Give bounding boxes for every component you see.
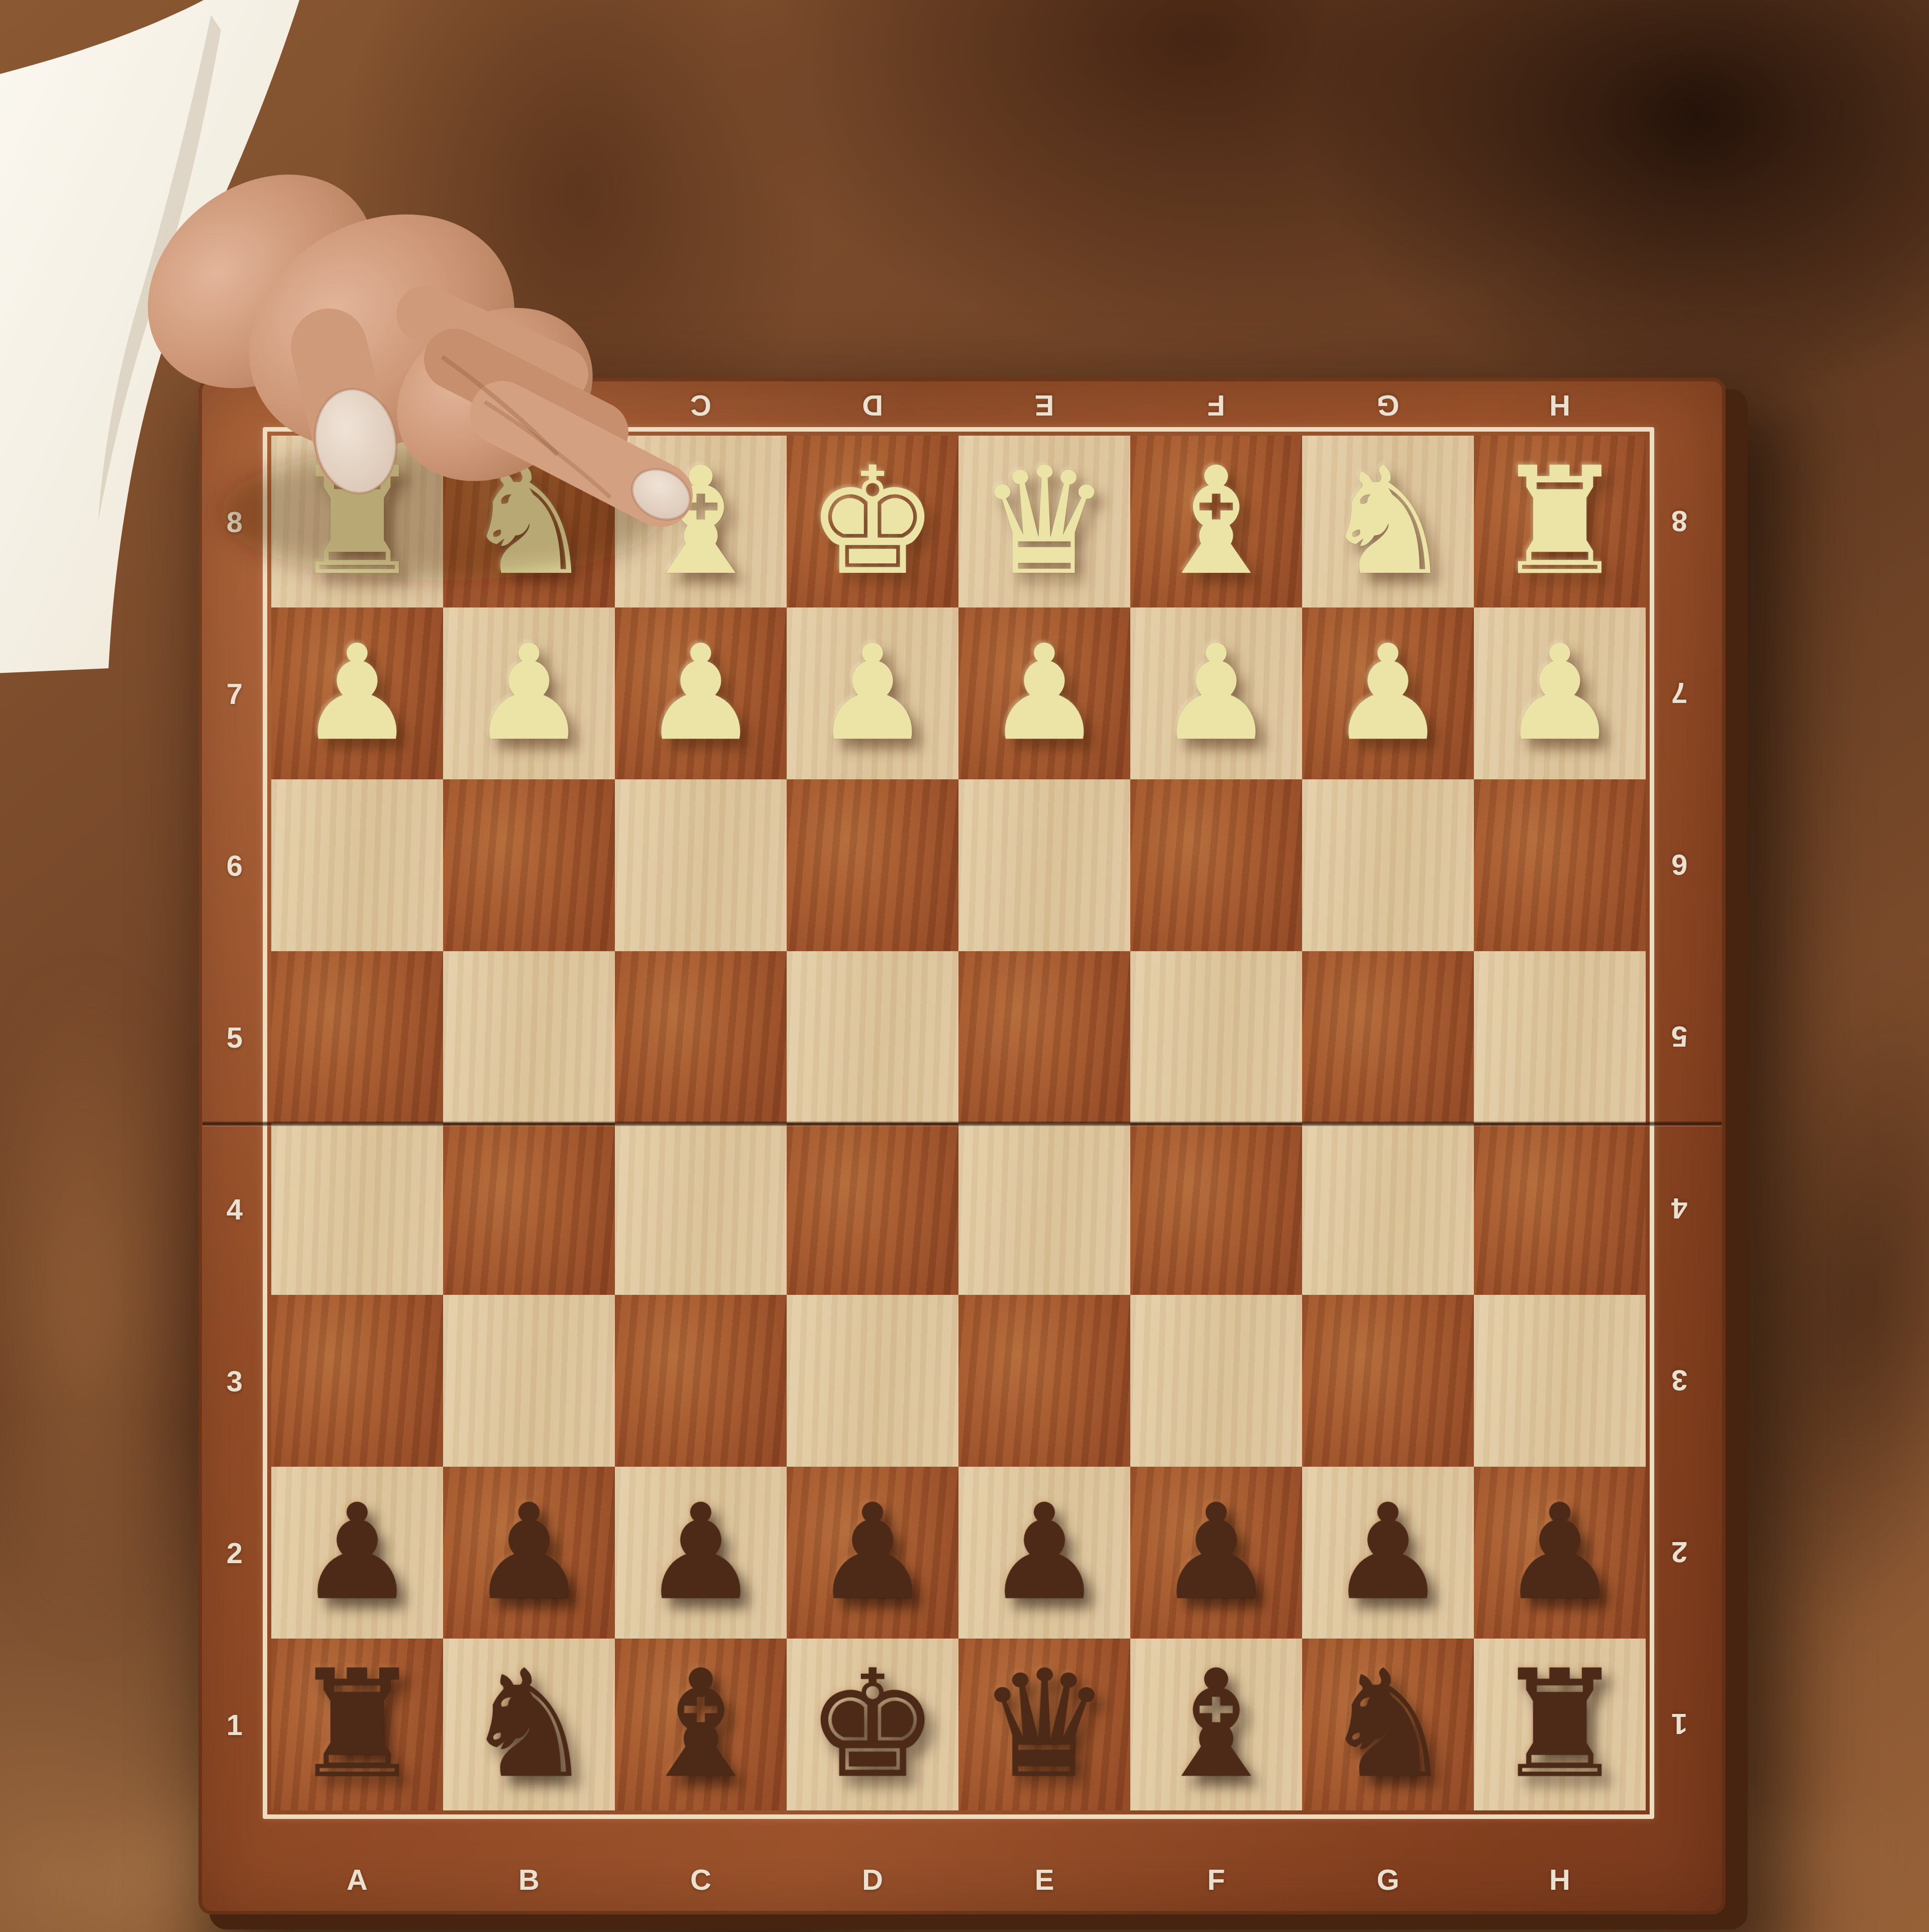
square-e1[interactable]: ♛: [958, 1639, 1130, 1810]
square-a6[interactable]: [271, 779, 443, 951]
square-b2[interactable]: ♟: [443, 1467, 615, 1639]
square-h4[interactable]: [1474, 1123, 1646, 1295]
square-c3[interactable]: [615, 1295, 787, 1467]
piece-white-bishop-f8[interactable]: ♝: [1130, 436, 1302, 607]
square-h3[interactable]: [1474, 1295, 1646, 1467]
piece-black-rook-h1[interactable]: ♜: [1474, 1639, 1646, 1810]
square-c4[interactable]: [615, 1123, 787, 1295]
square-g5[interactable]: [1302, 951, 1474, 1123]
square-e4[interactable]: [958, 1123, 1130, 1295]
piece-black-pawn-d2[interactable]: ♟: [787, 1467, 958, 1639]
piece-black-pawn-b2[interactable]: ♟: [443, 1467, 615, 1639]
square-e3[interactable]: [958, 1295, 1130, 1467]
square-h1[interactable]: ♜: [1474, 1639, 1646, 1810]
file-label-top-h: H: [1474, 385, 1646, 427]
file-label-top-f: F: [1130, 385, 1302, 427]
square-d7[interactable]: ♟: [787, 607, 958, 779]
rank-label-right-8: 8: [1651, 436, 1707, 607]
rank-label-right-3: 3: [1651, 1295, 1707, 1467]
square-a1[interactable]: ♜: [271, 1639, 443, 1810]
square-c2[interactable]: ♟: [615, 1467, 787, 1639]
file-label-bottom-f: F: [1130, 1858, 1302, 1900]
file-label-bottom-h: H: [1474, 1858, 1646, 1900]
square-e5[interactable]: [958, 951, 1130, 1123]
square-h8[interactable]: ♜: [1474, 436, 1646, 607]
piece-black-queen-e1[interactable]: ♛: [958, 1639, 1130, 1810]
square-f7[interactable]: ♟: [1130, 607, 1302, 779]
square-d8[interactable]: ♚: [787, 436, 958, 607]
piece-black-rook-a1[interactable]: ♜: [271, 1639, 443, 1810]
piece-black-pawn-c2[interactable]: ♟: [615, 1467, 787, 1639]
square-f5[interactable]: [1130, 951, 1302, 1123]
rank-label-right-7: 7: [1651, 607, 1707, 779]
square-f2[interactable]: ♟: [1130, 1467, 1302, 1639]
piece-black-pawn-g2[interactable]: ♟: [1302, 1467, 1474, 1639]
square-g4[interactable]: [1302, 1123, 1474, 1295]
piece-white-pawn-h7[interactable]: ♟: [1474, 607, 1646, 779]
square-a2[interactable]: ♟: [271, 1467, 443, 1639]
file-label-bottom-g: G: [1302, 1858, 1474, 1900]
piece-black-king-d1[interactable]: ♚: [787, 1639, 958, 1810]
piece-white-pawn-f7[interactable]: ♟: [1130, 607, 1302, 779]
piece-black-pawn-e2[interactable]: ♟: [958, 1467, 1130, 1639]
piece-black-pawn-f2[interactable]: ♟: [1130, 1467, 1302, 1639]
square-e6[interactable]: [958, 779, 1130, 951]
rank-label-right-6: 6: [1651, 779, 1707, 951]
hand: [0, 0, 804, 703]
square-e7[interactable]: ♟: [958, 607, 1130, 779]
piece-white-king-d8[interactable]: ♚: [787, 436, 958, 607]
square-g6[interactable]: [1302, 779, 1474, 951]
square-e8[interactable]: ♛: [958, 436, 1130, 607]
piece-white-pawn-d7[interactable]: ♟: [787, 607, 958, 779]
square-g8[interactable]: ♞: [1302, 436, 1474, 607]
rank-label-left-4: 4: [206, 1123, 263, 1295]
square-b4[interactable]: [443, 1123, 615, 1295]
file-label-bottom-e: E: [958, 1858, 1130, 1900]
square-g3[interactable]: [1302, 1295, 1474, 1467]
piece-black-knight-b1[interactable]: ♞: [443, 1639, 615, 1810]
piece-black-bishop-f1[interactable]: ♝: [1130, 1639, 1302, 1810]
square-b3[interactable]: [443, 1295, 615, 1467]
file-label-bottom-d: D: [787, 1858, 958, 1900]
square-a5[interactable]: [271, 951, 443, 1123]
square-f8[interactable]: ♝: [1130, 436, 1302, 607]
square-g7[interactable]: ♟: [1302, 607, 1474, 779]
rank-label-left-6: 6: [206, 779, 263, 951]
rank-label-right-4: 4: [1651, 1123, 1707, 1295]
square-h5[interactable]: [1474, 951, 1646, 1123]
rank-labels-right: 87654321: [1651, 436, 1707, 1810]
rank-label-left-5: 5: [206, 951, 263, 1123]
square-f4[interactable]: [1130, 1123, 1302, 1295]
piece-white-knight-g8[interactable]: ♞: [1302, 436, 1474, 607]
square-g2[interactable]: ♟: [1302, 1467, 1474, 1639]
square-d4[interactable]: [787, 1123, 958, 1295]
piece-white-queen-e8[interactable]: ♛: [958, 436, 1130, 607]
file-label-bottom-a: A: [271, 1858, 443, 1900]
rank-label-left-1: 1: [206, 1639, 263, 1810]
square-d5[interactable]: [787, 951, 958, 1123]
square-d3[interactable]: [787, 1295, 958, 1467]
rank-label-left-3: 3: [206, 1295, 263, 1467]
rank-label-right-1: 1: [1651, 1639, 1707, 1810]
square-h6[interactable]: [1474, 779, 1646, 951]
piece-white-pawn-g7[interactable]: ♟: [1302, 607, 1474, 779]
square-f1[interactable]: ♝: [1130, 1639, 1302, 1810]
piece-black-knight-g1[interactable]: ♞: [1302, 1639, 1474, 1810]
square-g1[interactable]: ♞: [1302, 1639, 1474, 1810]
rank-label-right-2: 2: [1651, 1467, 1707, 1639]
square-d2[interactable]: ♟: [787, 1467, 958, 1639]
square-e2[interactable]: ♟: [958, 1467, 1130, 1639]
piece-white-pawn-e7[interactable]: ♟: [958, 607, 1130, 779]
file-label-top-d: D: [787, 385, 958, 427]
file-label-top-g: G: [1302, 385, 1474, 427]
square-h7[interactable]: ♟: [1474, 607, 1646, 779]
piece-white-rook-h8[interactable]: ♜: [1474, 436, 1646, 607]
rank-label-right-5: 5: [1651, 951, 1707, 1123]
file-label-bottom-b: B: [443, 1858, 615, 1900]
square-c6[interactable]: [615, 779, 787, 951]
square-d6[interactable]: [787, 779, 958, 951]
square-b6[interactable]: [443, 779, 615, 951]
file-label-top-e: E: [958, 385, 1130, 427]
square-h2[interactable]: ♟: [1474, 1467, 1646, 1639]
square-c1[interactable]: ♝: [615, 1639, 787, 1810]
rank-label-left-2: 2: [206, 1467, 263, 1639]
square-b5[interactable]: [443, 951, 615, 1123]
file-label-bottom-c: C: [615, 1858, 787, 1900]
square-d1[interactable]: ♚: [787, 1639, 958, 1810]
file-labels-bottom: ABCDEFGH: [271, 1858, 1646, 1900]
piece-black-pawn-h2[interactable]: ♟: [1474, 1467, 1646, 1639]
scene: ABCDEFGH ABCDEFGH 87654321 87654321 ♜♞♝♚…: [0, 0, 1929, 1932]
piece-black-bishop-c1[interactable]: ♝: [615, 1639, 787, 1810]
square-c5[interactable]: [615, 951, 787, 1123]
square-a3[interactable]: [271, 1295, 443, 1467]
square-f6[interactable]: [1130, 779, 1302, 951]
piece-black-pawn-a2[interactable]: ♟: [271, 1467, 443, 1639]
square-b1[interactable]: ♞: [443, 1639, 615, 1810]
square-a4[interactable]: [271, 1123, 443, 1295]
square-f3[interactable]: [1130, 1295, 1302, 1467]
